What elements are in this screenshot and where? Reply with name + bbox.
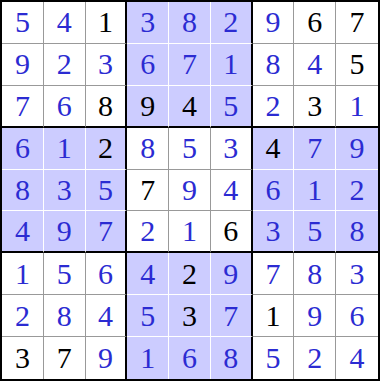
cell-r1c2[interactable]: 4 [44, 2, 86, 44]
cell-r6c1[interactable]: 4 [2, 211, 44, 253]
cell-r9c1[interactable]: 3 [2, 337, 44, 379]
cell-r6c5[interactable]: 1 [169, 211, 211, 253]
cell-r5c5[interactable]: 9 [169, 170, 211, 212]
cell-r7c1[interactable]: 1 [2, 253, 44, 295]
cell-r3c8[interactable]: 3 [294, 86, 336, 128]
cell-r6c8[interactable]: 5 [294, 211, 336, 253]
cell-r5c3[interactable]: 5 [86, 170, 128, 212]
cell-r9c3[interactable]: 9 [86, 337, 128, 379]
cell-r3c1[interactable]: 7 [2, 86, 44, 128]
cell-r5c4[interactable]: 7 [127, 170, 169, 212]
cell-r6c6[interactable]: 6 [211, 211, 253, 253]
cell-r4c3[interactable]: 2 [86, 128, 128, 170]
cell-r3c4[interactable]: 9 [127, 86, 169, 128]
cell-r7c8[interactable]: 8 [294, 253, 336, 295]
cell-r1c8[interactable]: 6 [294, 2, 336, 44]
cell-r9c8[interactable]: 2 [294, 337, 336, 379]
cell-r7c7[interactable]: 7 [253, 253, 295, 295]
cell-r7c5[interactable]: 2 [169, 253, 211, 295]
cell-r9c9[interactable]: 4 [336, 337, 378, 379]
cell-r2c7[interactable]: 8 [253, 44, 295, 86]
cell-r8c8[interactable]: 9 [294, 295, 336, 337]
cell-r2c3[interactable]: 3 [86, 44, 128, 86]
cell-r7c4[interactable]: 4 [127, 253, 169, 295]
cell-r8c1[interactable]: 2 [2, 295, 44, 337]
cell-r6c9[interactable]: 8 [336, 211, 378, 253]
cell-r4c4[interactable]: 8 [127, 128, 169, 170]
cell-r6c7[interactable]: 3 [253, 211, 295, 253]
cell-r4c7[interactable]: 4 [253, 128, 295, 170]
cell-r9c4[interactable]: 1 [127, 337, 169, 379]
cell-r1c9[interactable]: 7 [336, 2, 378, 44]
cell-r5c7[interactable]: 6 [253, 170, 295, 212]
cell-r2c1[interactable]: 9 [2, 44, 44, 86]
cell-r4c5[interactable]: 5 [169, 128, 211, 170]
cell-r4c2[interactable]: 1 [44, 128, 86, 170]
cell-r8c2[interactable]: 8 [44, 295, 86, 337]
cell-r5c9[interactable]: 2 [336, 170, 378, 212]
cell-r1c1[interactable]: 5 [2, 2, 44, 44]
cell-r5c2[interactable]: 3 [44, 170, 86, 212]
cell-r9c6[interactable]: 8 [211, 337, 253, 379]
cell-r7c3[interactable]: 6 [86, 253, 128, 295]
cell-r1c6[interactable]: 2 [211, 2, 253, 44]
cell-r9c2[interactable]: 7 [44, 337, 86, 379]
cell-r2c8[interactable]: 4 [294, 44, 336, 86]
cell-r8c4[interactable]: 5 [127, 295, 169, 337]
cell-r4c1[interactable]: 6 [2, 128, 44, 170]
cell-r7c2[interactable]: 5 [44, 253, 86, 295]
cell-r9c7[interactable]: 5 [253, 337, 295, 379]
cell-r1c5[interactable]: 8 [169, 2, 211, 44]
cell-r8c6[interactable]: 7 [211, 295, 253, 337]
cell-r3c3[interactable]: 8 [86, 86, 128, 128]
cell-r6c2[interactable]: 9 [44, 211, 86, 253]
cell-r4c8[interactable]: 7 [294, 128, 336, 170]
cell-r3c2[interactable]: 6 [44, 86, 86, 128]
cell-r3c7[interactable]: 2 [253, 86, 295, 128]
cell-r5c6[interactable]: 4 [211, 170, 253, 212]
cell-r2c9[interactable]: 5 [336, 44, 378, 86]
cell-r4c6[interactable]: 3 [211, 128, 253, 170]
cell-r7c9[interactable]: 3 [336, 253, 378, 295]
cell-r7c6[interactable]: 9 [211, 253, 253, 295]
cell-r8c3[interactable]: 4 [86, 295, 128, 337]
cell-r3c6[interactable]: 5 [211, 86, 253, 128]
cell-r2c2[interactable]: 2 [44, 44, 86, 86]
cell-r5c8[interactable]: 1 [294, 170, 336, 212]
cell-r3c5[interactable]: 4 [169, 86, 211, 128]
cell-r1c4[interactable]: 3 [127, 2, 169, 44]
cell-r1c3[interactable]: 1 [86, 2, 128, 44]
cell-r8c5[interactable]: 3 [169, 295, 211, 337]
cell-r2c5[interactable]: 7 [169, 44, 211, 86]
cell-r6c3[interactable]: 7 [86, 211, 128, 253]
cell-r8c7[interactable]: 1 [253, 295, 295, 337]
cell-r9c5[interactable]: 6 [169, 337, 211, 379]
cell-r4c9[interactable]: 9 [336, 128, 378, 170]
cell-r1c7[interactable]: 9 [253, 2, 295, 44]
cell-r2c6[interactable]: 1 [211, 44, 253, 86]
cell-r8c9[interactable]: 6 [336, 295, 378, 337]
sudoku-board: 5413829679236718457689452316128534798357… [0, 0, 380, 381]
cell-r5c1[interactable]: 8 [2, 170, 44, 212]
cell-r6c4[interactable]: 2 [127, 211, 169, 253]
cell-r2c4[interactable]: 6 [127, 44, 169, 86]
cell-r3c9[interactable]: 1 [336, 86, 378, 128]
